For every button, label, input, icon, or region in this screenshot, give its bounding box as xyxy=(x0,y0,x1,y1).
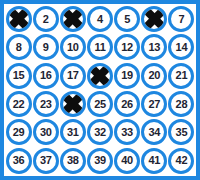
board-cell-33[interactable]: 33 xyxy=(114,118,141,146)
number-circle-4[interactable]: 4 xyxy=(87,6,113,32)
board-cell-23[interactable]: 23 xyxy=(32,90,59,118)
board-cell-4[interactable]: 4 xyxy=(86,5,113,33)
number-label: 2 xyxy=(43,14,49,25)
board-cell-12[interactable]: 12 xyxy=(114,33,141,61)
number-label: 40 xyxy=(121,155,133,166)
board-cell-29[interactable]: 29 xyxy=(5,118,32,146)
crossed-number-circle-18[interactable] xyxy=(87,63,113,89)
board-cell-13[interactable]: 13 xyxy=(141,33,168,61)
number-label: 12 xyxy=(121,42,133,53)
board-cell-14[interactable]: 14 xyxy=(168,33,195,61)
number-label: 4 xyxy=(97,14,103,25)
number-label: 39 xyxy=(94,155,106,166)
number-circle-41[interactable]: 41 xyxy=(141,148,167,174)
cross-icon xyxy=(90,66,110,86)
board-cell-39[interactable]: 39 xyxy=(86,147,113,175)
number-circle-19[interactable]: 19 xyxy=(114,63,140,89)
number-circle-8[interactable]: 8 xyxy=(6,34,32,60)
board-cell-37[interactable]: 37 xyxy=(32,147,59,175)
number-circle-7[interactable]: 7 xyxy=(168,6,194,32)
board-cell-28[interactable]: 28 xyxy=(168,90,195,118)
number-circle-9[interactable]: 9 xyxy=(33,34,59,60)
number-circle-11[interactable]: 11 xyxy=(87,34,113,60)
board-cell-38[interactable]: 38 xyxy=(59,147,86,175)
board-cell-17[interactable]: 17 xyxy=(59,62,86,90)
number-label: 34 xyxy=(148,127,160,138)
number-label: 35 xyxy=(176,127,188,138)
board-cell-42[interactable]: 42 xyxy=(168,147,195,175)
board-cell-11[interactable]: 11 xyxy=(86,33,113,61)
board-cell-41[interactable]: 41 xyxy=(141,147,168,175)
cross-icon xyxy=(63,94,83,114)
number-circle-20[interactable]: 20 xyxy=(141,63,167,89)
number-label: 10 xyxy=(67,42,79,53)
number-circle-10[interactable]: 10 xyxy=(60,34,86,60)
number-label: 14 xyxy=(176,42,188,53)
number-circle-23[interactable]: 23 xyxy=(33,91,59,117)
number-circle-15[interactable]: 15 xyxy=(6,63,32,89)
number-label: 37 xyxy=(40,155,52,166)
board-cell-24[interactable] xyxy=(59,90,86,118)
number-circle-39[interactable]: 39 xyxy=(87,148,113,174)
board-cell-18[interactable] xyxy=(86,62,113,90)
number-circle-32[interactable]: 32 xyxy=(87,119,113,145)
number-circle-13[interactable]: 13 xyxy=(141,34,167,60)
board-cell-3[interactable] xyxy=(59,5,86,33)
board-cell-2[interactable]: 2 xyxy=(32,5,59,33)
number-circle-38[interactable]: 38 xyxy=(60,148,86,174)
number-label: 7 xyxy=(178,14,184,25)
board-cell-32[interactable]: 32 xyxy=(86,118,113,146)
number-circle-36[interactable]: 36 xyxy=(6,148,32,174)
number-circle-35[interactable]: 35 xyxy=(168,119,194,145)
number-label: 9 xyxy=(43,42,49,53)
number-label: 30 xyxy=(40,127,52,138)
board-cell-9[interactable]: 9 xyxy=(32,33,59,61)
number-label: 31 xyxy=(67,127,79,138)
number-circle-33[interactable]: 33 xyxy=(114,119,140,145)
number-label: 19 xyxy=(121,70,133,81)
number-label: 23 xyxy=(40,99,52,110)
number-label: 22 xyxy=(13,99,25,110)
board-cell-26[interactable]: 26 xyxy=(114,90,141,118)
number-label: 8 xyxy=(16,42,22,53)
board-cell-34[interactable]: 34 xyxy=(141,118,168,146)
number-label: 15 xyxy=(13,70,25,81)
board-cell-16[interactable]: 16 xyxy=(32,62,59,90)
board-cell-15[interactable]: 15 xyxy=(5,62,32,90)
board-cell-19[interactable]: 19 xyxy=(114,62,141,90)
number-label: 26 xyxy=(121,99,133,110)
number-label: 33 xyxy=(121,127,133,138)
number-circle-26[interactable]: 26 xyxy=(114,91,140,117)
number-circle-2[interactable]: 2 xyxy=(33,6,59,32)
number-label: 25 xyxy=(94,99,106,110)
board-cell-1[interactable] xyxy=(5,5,32,33)
board-cell-6[interactable] xyxy=(141,5,168,33)
number-label: 32 xyxy=(94,127,106,138)
cross-icon xyxy=(144,9,164,29)
board-cell-20[interactable]: 20 xyxy=(141,62,168,90)
number-circle-42[interactable]: 42 xyxy=(168,148,194,174)
cross-icon xyxy=(9,9,29,29)
board-cell-8[interactable]: 8 xyxy=(5,33,32,61)
number-circle-5[interactable]: 5 xyxy=(114,6,140,32)
number-circle-22[interactable]: 22 xyxy=(6,91,32,117)
number-label: 11 xyxy=(94,42,105,53)
board-cell-22[interactable]: 22 xyxy=(5,90,32,118)
number-circle-14[interactable]: 14 xyxy=(168,34,194,60)
board-cell-7[interactable]: 7 xyxy=(168,5,195,33)
number-circle-29[interactable]: 29 xyxy=(6,119,32,145)
board-cell-10[interactable]: 10 xyxy=(59,33,86,61)
number-board: 2457891011121314151617192021222325262728… xyxy=(0,0,200,180)
number-circle-40[interactable]: 40 xyxy=(114,148,140,174)
number-label: 20 xyxy=(148,70,160,81)
number-circle-21[interactable]: 21 xyxy=(168,63,194,89)
number-circle-34[interactable]: 34 xyxy=(141,119,167,145)
crossed-number-circle-6[interactable] xyxy=(141,6,167,32)
number-label: 13 xyxy=(148,42,160,53)
board-cell-31[interactable]: 31 xyxy=(59,118,86,146)
number-circle-37[interactable]: 37 xyxy=(33,148,59,174)
cross-icon xyxy=(63,9,83,29)
number-circle-30[interactable]: 30 xyxy=(33,119,59,145)
number-label: 5 xyxy=(124,14,130,25)
number-label: 28 xyxy=(176,99,188,110)
number-label: 41 xyxy=(148,155,160,166)
number-circle-12[interactable]: 12 xyxy=(114,34,140,60)
number-label: 17 xyxy=(67,70,79,81)
number-label: 21 xyxy=(176,70,188,81)
number-label: 27 xyxy=(148,99,160,110)
board-cell-36[interactable]: 36 xyxy=(5,147,32,175)
number-label: 29 xyxy=(13,127,25,138)
board-cell-30[interactable]: 30 xyxy=(32,118,59,146)
board-cell-21[interactable]: 21 xyxy=(168,62,195,90)
number-label: 38 xyxy=(67,155,79,166)
crossed-number-circle-3[interactable] xyxy=(60,6,86,32)
number-circle-17[interactable]: 17 xyxy=(60,63,86,89)
board-cell-5[interactable]: 5 xyxy=(114,5,141,33)
board-cell-40[interactable]: 40 xyxy=(114,147,141,175)
number-circle-31[interactable]: 31 xyxy=(60,119,86,145)
board-cell-27[interactable]: 27 xyxy=(141,90,168,118)
crossed-number-circle-24[interactable] xyxy=(60,91,86,117)
board-cell-35[interactable]: 35 xyxy=(168,118,195,146)
board-cell-25[interactable]: 25 xyxy=(86,90,113,118)
crossed-number-circle-1[interactable] xyxy=(6,6,32,32)
number-label: 42 xyxy=(176,155,188,166)
number-label: 36 xyxy=(13,155,25,166)
number-circle-28[interactable]: 28 xyxy=(168,91,194,117)
number-circle-16[interactable]: 16 xyxy=(33,63,59,89)
number-circle-27[interactable]: 27 xyxy=(141,91,167,117)
number-label: 16 xyxy=(40,70,52,81)
number-circle-25[interactable]: 25 xyxy=(87,91,113,117)
